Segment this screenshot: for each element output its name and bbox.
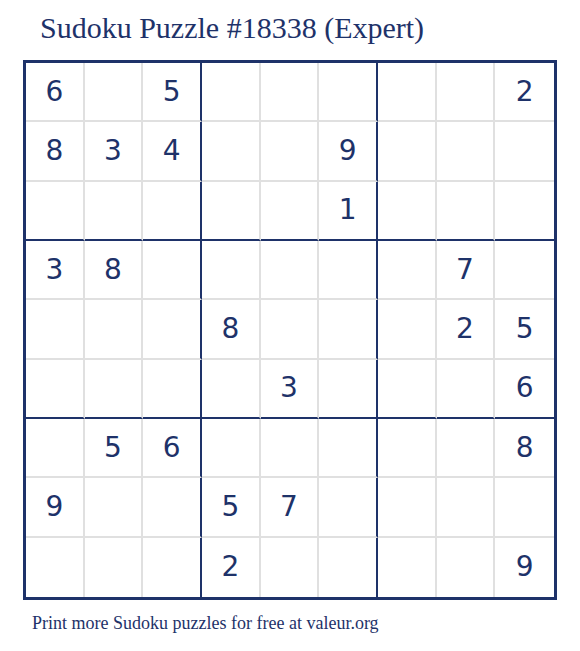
sudoku-cell-r7c4[interactable] xyxy=(202,419,261,478)
sudoku-cell-r7c8[interactable] xyxy=(437,419,496,478)
sudoku-cell-r2c9[interactable] xyxy=(495,122,554,181)
sudoku-cell-r1c8[interactable] xyxy=(437,63,496,122)
sudoku-cell-r3c9[interactable] xyxy=(495,182,554,241)
sudoku-cell-r7c1[interactable] xyxy=(26,419,85,478)
sudoku-cell-r2c6[interactable]: 9 xyxy=(319,122,378,181)
sudoku-cell-r2c4[interactable] xyxy=(202,122,261,181)
sudoku-cell-r1c2[interactable] xyxy=(85,63,144,122)
sudoku-cell-r2c5[interactable] xyxy=(261,122,320,181)
sudoku-cell-r5c4[interactable]: 8 xyxy=(202,300,261,359)
sudoku-cell-r8c6[interactable] xyxy=(319,478,378,537)
sudoku-cell-r5c7[interactable] xyxy=(378,300,437,359)
sudoku-cell-r3c8[interactable] xyxy=(437,182,496,241)
sudoku-cell-r9c1[interactable] xyxy=(26,538,85,597)
sudoku-cell-r2c8[interactable] xyxy=(437,122,496,181)
sudoku-cell-r9c2[interactable] xyxy=(85,538,144,597)
sudoku-cell-r5c3[interactable] xyxy=(143,300,202,359)
sudoku-cell-r4c6[interactable] xyxy=(319,241,378,300)
sudoku-cell-r1c3[interactable]: 5 xyxy=(143,63,202,122)
sudoku-cell-r6c4[interactable] xyxy=(202,360,261,419)
sudoku-grid: 652834913878253656895729 xyxy=(23,60,557,600)
sudoku-cell-r8c9[interactable] xyxy=(495,478,554,537)
sudoku-cell-r8c2[interactable] xyxy=(85,478,144,537)
sudoku-cell-r5c1[interactable] xyxy=(26,300,85,359)
sudoku-cell-r1c6[interactable] xyxy=(319,63,378,122)
sudoku-cell-r4c5[interactable] xyxy=(261,241,320,300)
sudoku-cell-r6c1[interactable] xyxy=(26,360,85,419)
sudoku-cell-r8c4[interactable]: 5 xyxy=(202,478,261,537)
sudoku-cell-r6c3[interactable] xyxy=(143,360,202,419)
sudoku-cell-r7c9[interactable]: 8 xyxy=(495,419,554,478)
sudoku-cell-r1c9[interactable]: 2 xyxy=(495,63,554,122)
sudoku-cell-r8c7[interactable] xyxy=(378,478,437,537)
sudoku-cell-r6c6[interactable] xyxy=(319,360,378,419)
sudoku-cell-r4c2[interactable]: 8 xyxy=(85,241,144,300)
sudoku-cell-r4c8[interactable]: 7 xyxy=(437,241,496,300)
sudoku-cell-r9c6[interactable] xyxy=(319,538,378,597)
sudoku-cell-r7c6[interactable] xyxy=(319,419,378,478)
sudoku-cell-r7c7[interactable] xyxy=(378,419,437,478)
sudoku-cell-r3c2[interactable] xyxy=(85,182,144,241)
sudoku-cell-r3c4[interactable] xyxy=(202,182,261,241)
sudoku-cell-r4c3[interactable] xyxy=(143,241,202,300)
sudoku-cell-r1c1[interactable]: 6 xyxy=(26,63,85,122)
sudoku-cell-r4c4[interactable] xyxy=(202,241,261,300)
sudoku-cell-r4c1[interactable]: 3 xyxy=(26,241,85,300)
sudoku-cell-r4c9[interactable] xyxy=(495,241,554,300)
sudoku-cell-r3c6[interactable]: 1 xyxy=(319,182,378,241)
sudoku-cell-r7c3[interactable]: 6 xyxy=(143,419,202,478)
sudoku-cell-r6c9[interactable]: 6 xyxy=(495,360,554,419)
sudoku-cell-r2c1[interactable]: 8 xyxy=(26,122,85,181)
sudoku-cell-r1c4[interactable] xyxy=(202,63,261,122)
sudoku-cell-r6c8[interactable] xyxy=(437,360,496,419)
sudoku-cell-r6c2[interactable] xyxy=(85,360,144,419)
sudoku-cell-r5c5[interactable] xyxy=(261,300,320,359)
sudoku-cell-r2c3[interactable]: 4 xyxy=(143,122,202,181)
sudoku-cell-r3c7[interactable] xyxy=(378,182,437,241)
sudoku-cell-r1c5[interactable] xyxy=(261,63,320,122)
sudoku-cell-r7c2[interactable]: 5 xyxy=(85,419,144,478)
sudoku-cell-r5c6[interactable] xyxy=(319,300,378,359)
sudoku-cell-r9c5[interactable] xyxy=(261,538,320,597)
sudoku-cell-r8c8[interactable] xyxy=(437,478,496,537)
sudoku-cell-r7c5[interactable] xyxy=(261,419,320,478)
sudoku-cell-r2c2[interactable]: 3 xyxy=(85,122,144,181)
sudoku-cell-r9c9[interactable]: 9 xyxy=(495,538,554,597)
sudoku-cell-r9c4[interactable]: 2 xyxy=(202,538,261,597)
sudoku-cell-r3c3[interactable] xyxy=(143,182,202,241)
footer-text: Print more Sudoku puzzles for free at va… xyxy=(32,613,379,634)
puzzle-title: Sudoku Puzzle #18338 (Expert) xyxy=(40,11,424,45)
sudoku-cell-r8c3[interactable] xyxy=(143,478,202,537)
sudoku-cell-r4c7[interactable] xyxy=(378,241,437,300)
sudoku-cell-r1c7[interactable] xyxy=(378,63,437,122)
sudoku-cell-r5c2[interactable] xyxy=(85,300,144,359)
sudoku-cell-r2c7[interactable] xyxy=(378,122,437,181)
sudoku-cell-r8c1[interactable]: 9 xyxy=(26,478,85,537)
sudoku-cell-r9c3[interactable] xyxy=(143,538,202,597)
sudoku-cell-r9c8[interactable] xyxy=(437,538,496,597)
sudoku-cell-r8c5[interactable]: 7 xyxy=(261,478,320,537)
sudoku-cell-r3c5[interactable] xyxy=(261,182,320,241)
sudoku-cell-r6c7[interactable] xyxy=(378,360,437,419)
sudoku-cell-r3c1[interactable] xyxy=(26,182,85,241)
sudoku-cell-r6c5[interactable]: 3 xyxy=(261,360,320,419)
sudoku-cell-r5c9[interactable]: 5 xyxy=(495,300,554,359)
sudoku-cell-r5c8[interactable]: 2 xyxy=(437,300,496,359)
sudoku-cell-r9c7[interactable] xyxy=(378,538,437,597)
